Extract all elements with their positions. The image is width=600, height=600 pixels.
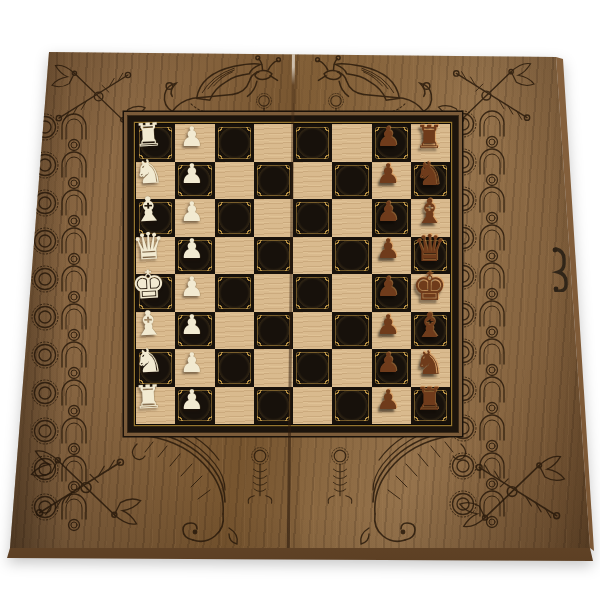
cell-r2c5	[293, 161, 332, 198]
board-photo: ♜♟♟♜♞♟♟♞♝♟♟♝♛♟♟♛♚♟♟♚♝♟♟♝♞♟♟♞♜♟♟♜	[0, 0, 600, 600]
cell-r1c5	[293, 124, 332, 161]
brown-pawn: ♟	[376, 349, 400, 376]
cell-r2c3	[215, 161, 254, 198]
cell-r7c5	[293, 349, 332, 386]
cell-r4c3	[215, 236, 254, 273]
cell-r4c4	[254, 236, 293, 273]
brown-king: ♚	[412, 267, 447, 306]
cell-r8c3	[215, 387, 254, 424]
cell-r8c2: ♟	[175, 387, 214, 424]
brown-rook: ♜	[415, 121, 444, 153]
brown-bishop: ♝	[414, 194, 444, 228]
cell-r8c4	[254, 387, 293, 424]
white-pawn: ♟	[180, 273, 204, 300]
white-bishop: ♝	[133, 305, 165, 341]
white-pawn: ♟	[180, 349, 204, 376]
brown-rook: ♜	[415, 383, 444, 415]
brown-pawn: ♟	[376, 273, 400, 300]
cell-r4c7: ♟	[372, 236, 411, 273]
white-pawn: ♟	[180, 160, 204, 187]
white-pawn: ♟	[180, 386, 204, 413]
brown-pawn: ♟	[376, 235, 400, 262]
wooden-case: ♜♟♟♜♞♟♟♞♝♟♟♝♛♟♟♛♚♟♟♚♝♟♟♝♞♟♟♞♜♟♟♜	[0, 0, 600, 600]
cell-r8c6	[332, 387, 371, 424]
cell-r6c7: ♟	[372, 312, 411, 349]
cell-r2c7: ♟	[372, 161, 411, 198]
cell-r3c4	[254, 199, 293, 236]
cell-r8c1: ♜	[136, 387, 175, 424]
brown-pawn: ♟	[376, 198, 400, 225]
cell-r4c6	[332, 236, 371, 273]
cell-r4c5	[293, 236, 332, 273]
cell-r1c7: ♟	[372, 124, 411, 161]
cell-r2c6	[332, 161, 371, 198]
case-wrapper: ♜♟♟♜♞♟♟♞♝♟♟♝♛♟♟♛♚♟♟♚♝♟♟♝♞♟♟♞♜♟♟♜	[0, 0, 600, 600]
white-pawn: ♟	[180, 198, 204, 225]
cell-r1c2: ♟	[175, 124, 214, 161]
arabesque-band-left	[30, 112, 92, 530]
cell-r5c7: ♟	[372, 273, 411, 312]
cell-r6c5	[293, 312, 332, 349]
cell-r2c4	[254, 161, 293, 198]
cell-r3c3	[215, 199, 254, 236]
metal-clasp-icon	[549, 246, 569, 292]
cell-r3c2: ♟	[175, 199, 214, 236]
cell-r5c6	[332, 273, 371, 312]
brown-pawn: ♟	[376, 386, 400, 413]
cell-r5c3	[215, 273, 254, 312]
brown-knight: ♞	[415, 157, 445, 190]
cell-r1c3	[215, 124, 254, 161]
cell-r2c2: ♟	[175, 161, 214, 198]
cell-r1c4	[254, 124, 293, 161]
cell-r7c6	[332, 349, 371, 386]
white-bishop: ♝	[133, 191, 165, 227]
cell-r6c2: ♟	[175, 312, 214, 349]
white-rook: ♜	[133, 381, 163, 414]
white-knight: ♞	[133, 155, 164, 190]
brown-queen: ♛	[413, 230, 446, 267]
cell-r3c5	[293, 199, 332, 236]
cell-r5c5	[293, 273, 332, 312]
cell-r7c2: ♟	[175, 349, 214, 386]
cell-r1c6	[332, 124, 371, 161]
cell-r7c4	[254, 349, 293, 386]
cell-r8c8: ♜	[411, 387, 450, 424]
brown-pawn: ♟	[376, 123, 400, 150]
cell-r7c7: ♟	[372, 349, 411, 386]
cell-r6c4	[254, 312, 293, 349]
cell-r6c3	[215, 312, 254, 349]
cell-r6c6	[332, 312, 371, 349]
brown-knight: ♞	[415, 346, 445, 379]
white-knight: ♞	[133, 343, 164, 378]
cell-r8c5	[293, 387, 332, 424]
cell-r8c7: ♟	[372, 387, 411, 424]
white-queen: ♛	[131, 227, 166, 266]
cell-r3c6	[332, 199, 371, 236]
white-pawn: ♟	[180, 311, 204, 338]
palmette-candelabra-icon	[322, 446, 358, 504]
cell-r3c7: ♟	[372, 199, 411, 236]
cell-r5c4	[254, 273, 293, 312]
cell-r7c3	[215, 349, 254, 386]
white-king: ♚	[130, 264, 167, 305]
brown-pawn: ♟	[376, 160, 400, 187]
palmette-candelabra-icon	[242, 446, 278, 504]
cell-r4c2: ♟	[175, 236, 214, 273]
white-rook: ♜	[133, 118, 163, 151]
white-pawn: ♟	[180, 235, 204, 262]
white-pawn: ♟	[180, 123, 204, 150]
cell-r5c2: ♟	[175, 273, 214, 312]
brown-pawn: ♟	[376, 311, 400, 338]
brown-bishop: ♝	[414, 308, 444, 342]
